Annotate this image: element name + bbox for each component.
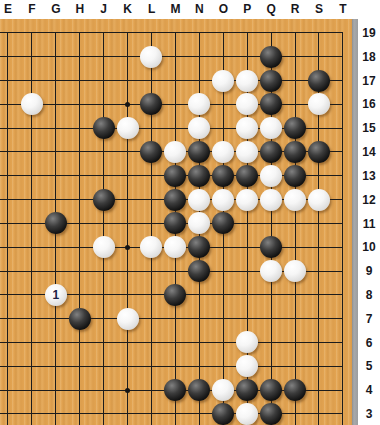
intersection-J4[interactable] bbox=[92, 378, 116, 402]
intersection-Q14[interactable] bbox=[259, 140, 283, 164]
intersection-L11[interactable] bbox=[140, 212, 164, 236]
intersection-Q18[interactable] bbox=[259, 45, 283, 69]
intersection-H5[interactable] bbox=[68, 354, 92, 378]
intersection-P17[interactable] bbox=[235, 69, 259, 93]
intersection-J16[interactable] bbox=[92, 92, 116, 116]
black-stone-Q14 bbox=[260, 141, 282, 163]
intersection-S12[interactable] bbox=[307, 188, 331, 212]
intersection-K19[interactable] bbox=[116, 21, 140, 45]
intersection-G16[interactable] bbox=[44, 92, 68, 116]
white-stone-N11 bbox=[188, 212, 210, 234]
intersection-S6[interactable] bbox=[307, 331, 331, 355]
star-point-icon bbox=[125, 388, 130, 393]
intersection-N5[interactable] bbox=[187, 354, 211, 378]
intersection-O18[interactable] bbox=[211, 45, 235, 69]
intersection-K12[interactable] bbox=[116, 188, 140, 212]
intersection-G4[interactable] bbox=[44, 378, 68, 402]
intersection-K14[interactable] bbox=[116, 140, 140, 164]
intersection-R11[interactable] bbox=[283, 212, 307, 236]
black-stone-L16 bbox=[140, 93, 162, 115]
intersection-J12[interactable] bbox=[92, 188, 116, 212]
black-stone-R4 bbox=[284, 379, 306, 401]
intersection-J15[interactable] bbox=[92, 116, 116, 140]
intersection-R16[interactable] bbox=[283, 92, 307, 116]
intersection-G5[interactable] bbox=[44, 354, 68, 378]
intersection-F13[interactable] bbox=[20, 164, 44, 188]
intersection-G6[interactable] bbox=[44, 331, 68, 355]
intersection-N12[interactable] bbox=[187, 188, 211, 212]
intersection-G3[interactable] bbox=[44, 402, 68, 425]
intersection-L8[interactable] bbox=[140, 283, 164, 307]
intersection-E16[interactable] bbox=[0, 92, 20, 116]
black-stone-Q3 bbox=[260, 403, 282, 425]
intersection-Q19[interactable] bbox=[259, 21, 283, 45]
intersection-N6[interactable] bbox=[187, 331, 211, 355]
intersection-J8[interactable] bbox=[92, 283, 116, 307]
black-stone-O3 bbox=[212, 403, 234, 425]
intersection-Q17[interactable] bbox=[259, 69, 283, 93]
black-stone-O13 bbox=[212, 165, 234, 187]
intersection-J5[interactable] bbox=[92, 354, 116, 378]
intersection-F8[interactable] bbox=[20, 283, 44, 307]
intersection-G10[interactable] bbox=[44, 235, 68, 259]
intersection-F11[interactable] bbox=[20, 212, 44, 236]
intersection-T5[interactable] bbox=[331, 354, 352, 378]
intersection-E12[interactable] bbox=[0, 188, 20, 212]
black-stone-N9 bbox=[188, 260, 210, 282]
go-client-window: EFGHJKLMNOPQRST 1 1918171615141312111098… bbox=[0, 0, 380, 425]
intersection-L12[interactable] bbox=[140, 188, 164, 212]
intersection-R19[interactable] bbox=[283, 21, 307, 45]
intersection-O9[interactable] bbox=[211, 259, 235, 283]
intersection-L16[interactable] bbox=[140, 92, 164, 116]
intersection-G12[interactable] bbox=[44, 188, 68, 212]
intersection-R10[interactable] bbox=[283, 235, 307, 259]
intersection-G11[interactable] bbox=[44, 212, 68, 236]
intersection-E10[interactable] bbox=[0, 235, 20, 259]
intersection-R13[interactable] bbox=[283, 164, 307, 188]
intersection-O6[interactable] bbox=[211, 331, 235, 355]
intersection-M7[interactable] bbox=[163, 307, 187, 331]
intersection-Q8[interactable] bbox=[259, 283, 283, 307]
intersection-O14[interactable] bbox=[211, 140, 235, 164]
intersection-T8[interactable] bbox=[331, 283, 352, 307]
intersection-M10[interactable] bbox=[163, 235, 187, 259]
intersection-H15[interactable] bbox=[68, 116, 92, 140]
intersection-F16[interactable] bbox=[20, 92, 44, 116]
intersection-P11[interactable] bbox=[235, 212, 259, 236]
intersection-E15[interactable] bbox=[0, 116, 20, 140]
intersection-L4[interactable] bbox=[140, 378, 164, 402]
intersection-E5[interactable] bbox=[0, 354, 20, 378]
black-stone-Q16 bbox=[260, 93, 282, 115]
intersection-J18[interactable] bbox=[92, 45, 116, 69]
intersection-P7[interactable] bbox=[235, 307, 259, 331]
row-label-15: 15 bbox=[358, 118, 380, 138]
intersection-L14[interactable] bbox=[140, 140, 164, 164]
intersection-L7[interactable] bbox=[140, 307, 164, 331]
intersection-M6[interactable] bbox=[163, 331, 187, 355]
intersection-R14[interactable] bbox=[283, 140, 307, 164]
intersection-S13[interactable] bbox=[307, 164, 331, 188]
intersection-H13[interactable] bbox=[68, 164, 92, 188]
intersection-K6[interactable] bbox=[116, 331, 140, 355]
intersection-O13[interactable] bbox=[211, 164, 235, 188]
intersection-G14[interactable] bbox=[44, 140, 68, 164]
intersection-P16[interactable] bbox=[235, 92, 259, 116]
intersection-O15[interactable] bbox=[211, 116, 235, 140]
intersection-R15[interactable] bbox=[283, 116, 307, 140]
intersection-P19[interactable] bbox=[235, 21, 259, 45]
intersection-T9[interactable] bbox=[331, 259, 352, 283]
column-labels: EFGHJKLMNOPQRST bbox=[0, 0, 380, 19]
white-stone-Q15 bbox=[260, 117, 282, 139]
row-label-18: 18 bbox=[358, 47, 380, 67]
intersection-T12[interactable] bbox=[331, 188, 352, 212]
intersection-T10[interactable] bbox=[331, 235, 352, 259]
intersection-T15[interactable] bbox=[331, 116, 352, 140]
intersection-H12[interactable] bbox=[68, 188, 92, 212]
intersection-N4[interactable] bbox=[187, 378, 211, 402]
intersection-H16[interactable] bbox=[68, 92, 92, 116]
intersection-K11[interactable] bbox=[116, 212, 140, 236]
intersection-N15[interactable] bbox=[187, 116, 211, 140]
intersection-H19[interactable] bbox=[68, 21, 92, 45]
intersection-P13[interactable] bbox=[235, 164, 259, 188]
intersection-F9[interactable] bbox=[20, 259, 44, 283]
intersection-F6[interactable] bbox=[20, 331, 44, 355]
intersection-N17[interactable] bbox=[187, 69, 211, 93]
intersection-J11[interactable] bbox=[92, 212, 116, 236]
intersection-H7[interactable] bbox=[68, 307, 92, 331]
vertical-scrollbar[interactable] bbox=[352, 19, 358, 425]
intersection-F10[interactable] bbox=[20, 235, 44, 259]
intersection-T3[interactable] bbox=[331, 402, 352, 425]
black-stone-M13 bbox=[164, 165, 186, 187]
intersection-Q11[interactable] bbox=[259, 212, 283, 236]
intersection-Q12[interactable] bbox=[259, 188, 283, 212]
intersection-F7[interactable] bbox=[20, 307, 44, 331]
intersection-R18[interactable] bbox=[283, 45, 307, 69]
intersection-P5[interactable] bbox=[235, 354, 259, 378]
intersection-T4[interactable] bbox=[331, 378, 352, 402]
intersection-N9[interactable] bbox=[187, 259, 211, 283]
intersection-R6[interactable] bbox=[283, 331, 307, 355]
intersection-Q15[interactable] bbox=[259, 116, 283, 140]
intersection-E3[interactable] bbox=[0, 402, 20, 425]
intersection-P4[interactable] bbox=[235, 378, 259, 402]
black-stone-G11 bbox=[45, 212, 67, 234]
row-label-4: 4 bbox=[358, 380, 380, 400]
intersection-F14[interactable] bbox=[20, 140, 44, 164]
intersection-F5[interactable] bbox=[20, 354, 44, 378]
intersection-J7[interactable] bbox=[92, 307, 116, 331]
black-stone-M4 bbox=[164, 379, 186, 401]
intersection-M11[interactable] bbox=[163, 212, 187, 236]
intersection-N16[interactable] bbox=[187, 92, 211, 116]
white-stone-O17 bbox=[212, 70, 234, 92]
intersection-N3[interactable] bbox=[187, 402, 211, 425]
white-stone-O4 bbox=[212, 379, 234, 401]
column-label-L: L bbox=[141, 0, 163, 19]
intersection-H11[interactable] bbox=[68, 212, 92, 236]
column-label-E: E bbox=[0, 0, 19, 19]
column-label-H: H bbox=[69, 0, 91, 19]
intersection-E9[interactable] bbox=[0, 259, 20, 283]
intersection-N13[interactable] bbox=[187, 164, 211, 188]
intersection-F18[interactable] bbox=[20, 45, 44, 69]
intersection-M13[interactable] bbox=[163, 164, 187, 188]
intersection-O3[interactable] bbox=[211, 402, 235, 425]
intersection-H9[interactable] bbox=[68, 259, 92, 283]
intersection-H3[interactable] bbox=[68, 402, 92, 425]
intersection-M4[interactable] bbox=[163, 378, 187, 402]
intersection-H8[interactable] bbox=[68, 283, 92, 307]
intersection-L13[interactable] bbox=[140, 164, 164, 188]
intersection-M3[interactable] bbox=[163, 402, 187, 425]
intersection-M14[interactable] bbox=[163, 140, 187, 164]
intersection-S5[interactable] bbox=[307, 354, 331, 378]
intersection-S19[interactable] bbox=[307, 21, 331, 45]
row-label-9: 9 bbox=[358, 261, 380, 281]
intersection-S3[interactable] bbox=[307, 402, 331, 425]
intersection-Q10[interactable] bbox=[259, 235, 283, 259]
intersection-S9[interactable] bbox=[307, 259, 331, 283]
move-number-label: 1 bbox=[52, 289, 59, 301]
intersection-M17[interactable] bbox=[163, 69, 187, 93]
intersection-F4[interactable] bbox=[20, 378, 44, 402]
intersection-T17[interactable] bbox=[331, 69, 352, 93]
intersection-Q16[interactable] bbox=[259, 92, 283, 116]
intersection-Q6[interactable] bbox=[259, 331, 283, 355]
intersection-R4[interactable] bbox=[283, 378, 307, 402]
intersection-S7[interactable] bbox=[307, 307, 331, 331]
intersection-G17[interactable] bbox=[44, 69, 68, 93]
intersection-K5[interactable] bbox=[116, 354, 140, 378]
intersection-F15[interactable] bbox=[20, 116, 44, 140]
row-label-6: 6 bbox=[358, 333, 380, 353]
black-stone-L14 bbox=[140, 141, 162, 163]
intersection-J13[interactable] bbox=[92, 164, 116, 188]
intersection-J6[interactable] bbox=[92, 331, 116, 355]
intersection-O17[interactable] bbox=[211, 69, 235, 93]
intersection-S8[interactable] bbox=[307, 283, 331, 307]
intersection-R12[interactable] bbox=[283, 188, 307, 212]
intersection-L15[interactable] bbox=[140, 116, 164, 140]
intersection-S18[interactable] bbox=[307, 45, 331, 69]
intersection-N7[interactable] bbox=[187, 307, 211, 331]
intersection-N10[interactable] bbox=[187, 235, 211, 259]
intersection-K15[interactable] bbox=[116, 116, 140, 140]
intersection-T13[interactable] bbox=[331, 164, 352, 188]
intersection-L10[interactable] bbox=[140, 235, 164, 259]
intersection-L3[interactable] bbox=[140, 402, 164, 425]
intersection-P9[interactable] bbox=[235, 259, 259, 283]
black-stone-R15 bbox=[284, 117, 306, 139]
intersection-E18[interactable] bbox=[0, 45, 20, 69]
white-stone-R12 bbox=[284, 189, 306, 211]
intersection-Q13[interactable] bbox=[259, 164, 283, 188]
black-stone-P13 bbox=[236, 165, 258, 187]
black-stone-S14 bbox=[308, 141, 330, 163]
row-label-14: 14 bbox=[358, 142, 380, 162]
intersection-T7[interactable] bbox=[331, 307, 352, 331]
intersection-T14[interactable] bbox=[331, 140, 352, 164]
intersection-R9[interactable] bbox=[283, 259, 307, 283]
intersection-M9[interactable] bbox=[163, 259, 187, 283]
intersection-G15[interactable] bbox=[44, 116, 68, 140]
intersection-S11[interactable] bbox=[307, 212, 331, 236]
intersection-O10[interactable] bbox=[211, 235, 235, 259]
intersection-K16[interactable] bbox=[116, 92, 140, 116]
intersection-N18[interactable] bbox=[187, 45, 211, 69]
white-stone-Q9 bbox=[260, 260, 282, 282]
intersection-L18[interactable] bbox=[140, 45, 164, 69]
intersection-F19[interactable] bbox=[20, 21, 44, 45]
intersection-T11[interactable] bbox=[331, 212, 352, 236]
intersection-E11[interactable] bbox=[0, 212, 20, 236]
intersection-R7[interactable] bbox=[283, 307, 307, 331]
black-stone-N13 bbox=[188, 165, 210, 187]
intersection-O4[interactable] bbox=[211, 378, 235, 402]
intersection-T19[interactable] bbox=[331, 21, 352, 45]
intersection-R17[interactable] bbox=[283, 69, 307, 93]
intersection-K3[interactable] bbox=[116, 402, 140, 425]
intersection-P10[interactable] bbox=[235, 235, 259, 259]
intersection-M15[interactable] bbox=[163, 116, 187, 140]
intersection-E17[interactable] bbox=[0, 69, 20, 93]
intersection-E4[interactable] bbox=[0, 378, 20, 402]
intersection-K8[interactable] bbox=[116, 283, 140, 307]
intersection-T16[interactable] bbox=[331, 92, 352, 116]
intersection-L19[interactable] bbox=[140, 21, 164, 45]
intersection-M5[interactable] bbox=[163, 354, 187, 378]
intersection-H18[interactable] bbox=[68, 45, 92, 69]
intersection-E7[interactable] bbox=[0, 307, 20, 331]
intersection-P12[interactable] bbox=[235, 188, 259, 212]
intersection-F17[interactable] bbox=[20, 69, 44, 93]
intersection-H6[interactable] bbox=[68, 331, 92, 355]
intersection-E14[interactable] bbox=[0, 140, 20, 164]
column-label-P: P bbox=[236, 0, 258, 19]
intersection-S14[interactable] bbox=[307, 140, 331, 164]
intersection-G18[interactable] bbox=[44, 45, 68, 69]
intersection-K10[interactable] bbox=[116, 235, 140, 259]
intersection-P15[interactable] bbox=[235, 116, 259, 140]
intersection-Q3[interactable] bbox=[259, 402, 283, 425]
intersection-P18[interactable] bbox=[235, 45, 259, 69]
intersection-M8[interactable] bbox=[163, 283, 187, 307]
intersection-J17[interactable] bbox=[92, 69, 116, 93]
intersection-P8[interactable] bbox=[235, 283, 259, 307]
intersection-L9[interactable] bbox=[140, 259, 164, 283]
intersection-O7[interactable] bbox=[211, 307, 235, 331]
intersection-K4[interactable] bbox=[116, 378, 140, 402]
column-label-Q: Q bbox=[260, 0, 282, 19]
black-stone-M12 bbox=[164, 189, 186, 211]
intersection-S16[interactable] bbox=[307, 92, 331, 116]
intersection-N11[interactable] bbox=[187, 212, 211, 236]
intersection-F12[interactable] bbox=[20, 188, 44, 212]
intersection-O12[interactable] bbox=[211, 188, 235, 212]
intersection-K18[interactable] bbox=[116, 45, 140, 69]
intersection-G7[interactable] bbox=[44, 307, 68, 331]
intersection-G19[interactable] bbox=[44, 21, 68, 45]
intersection-P3[interactable] bbox=[235, 402, 259, 425]
white-stone-S16 bbox=[308, 93, 330, 115]
intersection-O19[interactable] bbox=[211, 21, 235, 45]
intersection-G13[interactable] bbox=[44, 164, 68, 188]
intersection-L5[interactable] bbox=[140, 354, 164, 378]
intersection-L6[interactable] bbox=[140, 331, 164, 355]
intersection-K13[interactable] bbox=[116, 164, 140, 188]
intersection-E6[interactable] bbox=[0, 331, 20, 355]
intersection-G9[interactable] bbox=[44, 259, 68, 283]
intersection-J9[interactable] bbox=[92, 259, 116, 283]
intersection-M18[interactable] bbox=[163, 45, 187, 69]
intersection-N19[interactable] bbox=[187, 21, 211, 45]
intersection-S10[interactable] bbox=[307, 235, 331, 259]
white-stone-P12 bbox=[236, 189, 258, 211]
intersection-G8[interactable]: 1 bbox=[44, 283, 68, 307]
intersection-J10[interactable] bbox=[92, 235, 116, 259]
intersection-Q7[interactable] bbox=[259, 307, 283, 331]
white-stone-J10 bbox=[93, 236, 115, 258]
intersection-M19[interactable] bbox=[163, 21, 187, 45]
intersection-J19[interactable] bbox=[92, 21, 116, 45]
intersection-T6[interactable] bbox=[331, 331, 352, 355]
intersection-R3[interactable] bbox=[283, 402, 307, 425]
intersection-J14[interactable] bbox=[92, 140, 116, 164]
intersection-N14[interactable] bbox=[187, 140, 211, 164]
intersection-O11[interactable] bbox=[211, 212, 235, 236]
intersection-E19[interactable] bbox=[0, 21, 20, 45]
intersection-H17[interactable] bbox=[68, 69, 92, 93]
intersection-Q4[interactable] bbox=[259, 378, 283, 402]
intersection-F3[interactable] bbox=[20, 402, 44, 425]
intersection-O8[interactable] bbox=[211, 283, 235, 307]
intersection-R5[interactable] bbox=[283, 354, 307, 378]
intersection-S17[interactable] bbox=[307, 69, 331, 93]
intersection-H4[interactable] bbox=[68, 378, 92, 402]
intersection-S15[interactable] bbox=[307, 116, 331, 140]
intersection-E13[interactable] bbox=[0, 164, 20, 188]
column-label-F: F bbox=[21, 0, 43, 19]
intersection-E8[interactable] bbox=[0, 283, 20, 307]
intersection-O16[interactable] bbox=[211, 92, 235, 116]
intersection-H14[interactable] bbox=[68, 140, 92, 164]
intersection-P6[interactable] bbox=[235, 331, 259, 355]
row-labels: 191817161514131211109876543 bbox=[358, 0, 380, 425]
intersection-O5[interactable] bbox=[211, 354, 235, 378]
intersection-T18[interactable] bbox=[331, 45, 352, 69]
white-stone-P5 bbox=[236, 355, 258, 377]
intersection-Q9[interactable] bbox=[259, 259, 283, 283]
intersection-R8[interactable] bbox=[283, 283, 307, 307]
intersection-S4[interactable] bbox=[307, 378, 331, 402]
intersection-H10[interactable] bbox=[68, 235, 92, 259]
intersection-P14[interactable] bbox=[235, 140, 259, 164]
intersection-K17[interactable] bbox=[116, 69, 140, 93]
intersection-M12[interactable] bbox=[163, 188, 187, 212]
intersection-K9[interactable] bbox=[116, 259, 140, 283]
intersection-Q5[interactable] bbox=[259, 354, 283, 378]
intersection-N8[interactable] bbox=[187, 283, 211, 307]
intersection-L17[interactable] bbox=[140, 69, 164, 93]
intersection-J3[interactable] bbox=[92, 402, 116, 425]
intersection-K7[interactable] bbox=[116, 307, 140, 331]
intersection-M16[interactable] bbox=[163, 92, 187, 116]
